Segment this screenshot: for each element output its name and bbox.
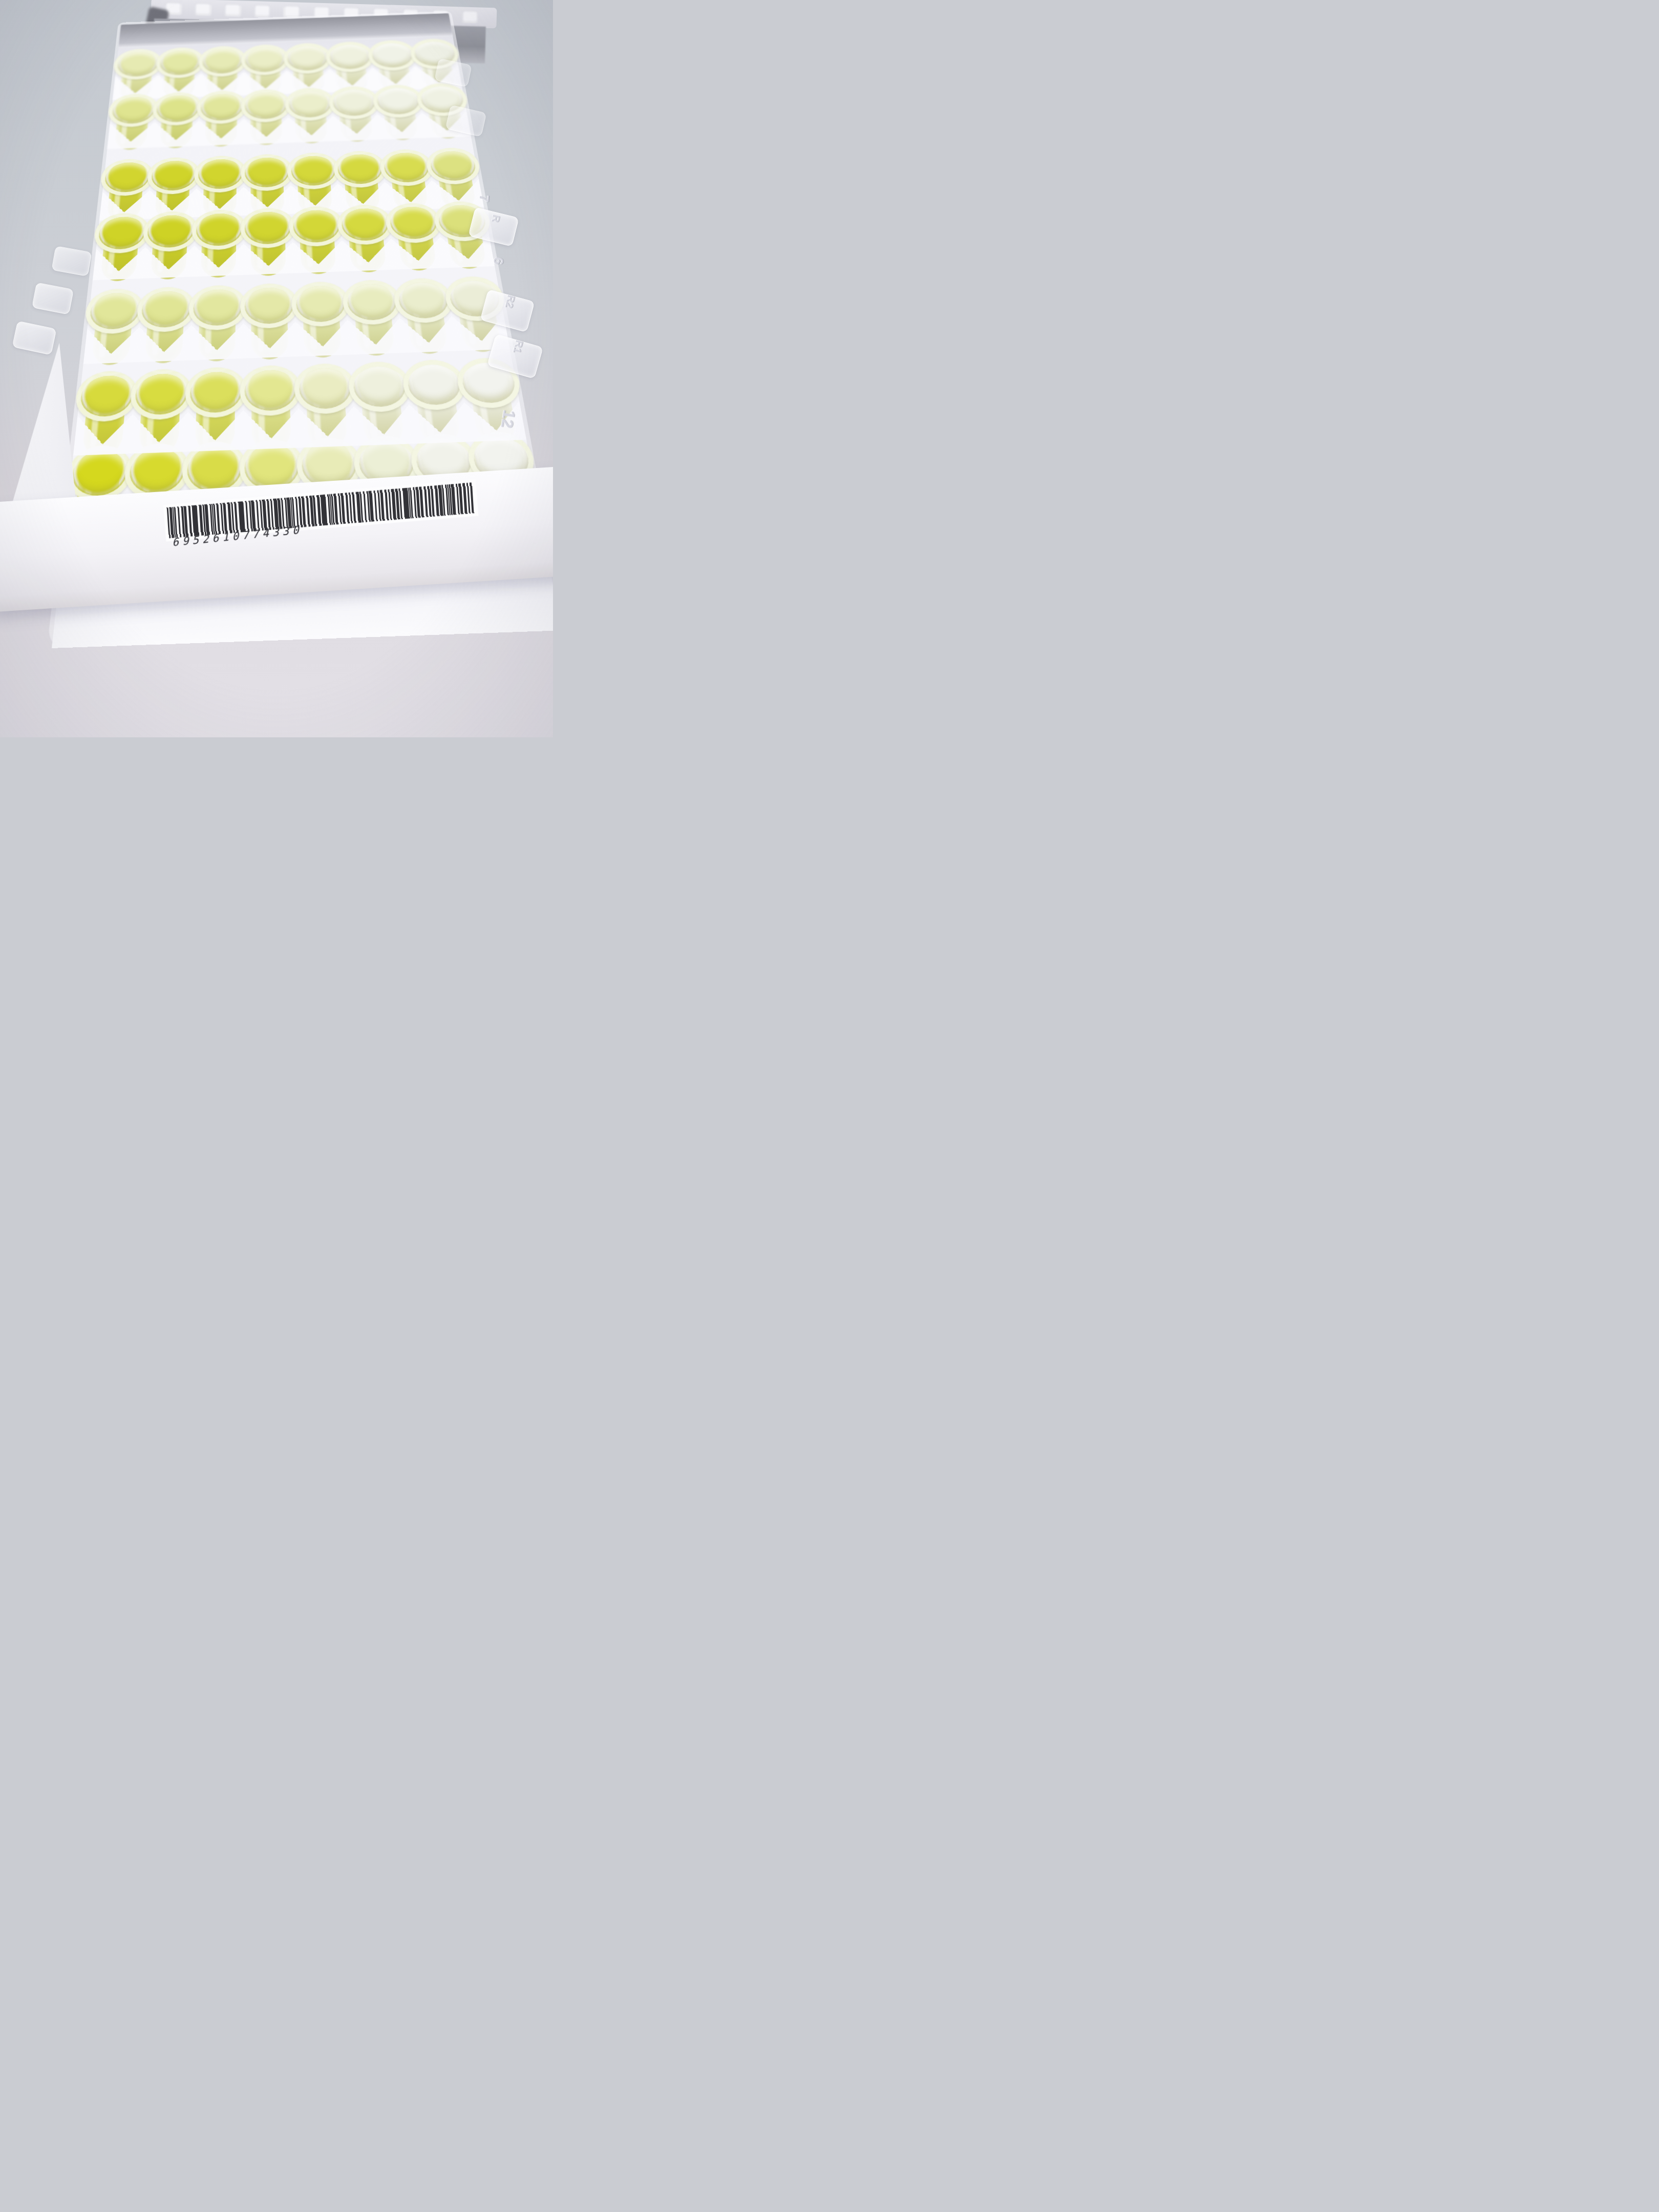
well-s5-w4 bbox=[243, 280, 296, 348]
rail-number-12: 12 bbox=[497, 409, 519, 430]
well-s5-w7 bbox=[395, 275, 455, 342]
well-s2-w4 bbox=[244, 87, 289, 137]
well-s6-w4-rim bbox=[240, 365, 302, 417]
well-s3-w8-rim bbox=[424, 147, 483, 185]
well-s4-w6-rim bbox=[336, 204, 395, 245]
well-s2-w3 bbox=[199, 89, 244, 138]
well-s3-w3 bbox=[196, 153, 243, 208]
well-s1-w7 bbox=[369, 38, 417, 84]
well-s6-w3 bbox=[187, 364, 243, 439]
well-s6-w5 bbox=[297, 360, 356, 436]
well-s1-w5-rim bbox=[283, 42, 332, 74]
well-s1-w6 bbox=[327, 39, 374, 86]
well-s3-w1-rim bbox=[99, 158, 155, 197]
well-s5-w3-rim bbox=[188, 284, 247, 331]
well-s4-w2 bbox=[143, 208, 196, 269]
well-s6-w4 bbox=[243, 362, 300, 438]
well-s5-w3 bbox=[190, 282, 244, 350]
well-s5-w2 bbox=[137, 284, 193, 351]
well-s2-w6 bbox=[331, 84, 379, 134]
well-s3-w4-rim bbox=[241, 154, 294, 192]
well-s5-w1-rim bbox=[83, 288, 145, 334]
well-s2-w3-rim bbox=[196, 90, 246, 124]
well-s5-w2-rim bbox=[136, 286, 196, 333]
well-s2-w1 bbox=[108, 92, 157, 142]
well-s4-w1 bbox=[94, 210, 148, 271]
well-s4-w4-rim bbox=[240, 207, 295, 249]
well-s5-w5-rim bbox=[291, 281, 351, 327]
well-s3-w1 bbox=[100, 156, 152, 212]
well-s1-w3-rim bbox=[198, 45, 246, 77]
well-s1-w2-rim bbox=[155, 47, 205, 79]
well-s6-w1 bbox=[74, 368, 136, 444]
well-s1-w4 bbox=[244, 42, 287, 89]
well-s4-w2-rim bbox=[142, 210, 199, 252]
well-s4-w5 bbox=[291, 204, 343, 264]
well-s2-w2-rim bbox=[152, 92, 203, 126]
well-s6-w5-rim bbox=[293, 363, 357, 415]
well-s4-w4 bbox=[243, 205, 293, 266]
well-s2-w2 bbox=[153, 90, 200, 140]
well-s3-w6-rim bbox=[332, 150, 388, 188]
photo-scene: 6952610774330 7 6 12 R R2 R1 bbox=[0, 0, 553, 737]
well-s3-w6 bbox=[335, 148, 387, 204]
well-s3-w5-rim bbox=[287, 152, 341, 190]
well-s1-w1 bbox=[114, 47, 160, 93]
well-s6-w2 bbox=[131, 366, 189, 442]
strip-5 bbox=[84, 273, 508, 353]
well-s1-w2 bbox=[157, 45, 202, 91]
well-s3-w4 bbox=[244, 152, 291, 207]
well-s3-w3-rim bbox=[194, 155, 247, 194]
well-s1-w1-rim bbox=[112, 48, 163, 80]
well-s2-w7 bbox=[374, 82, 424, 132]
well-s4-w6 bbox=[339, 202, 393, 262]
well-s6-w1-rim bbox=[73, 370, 139, 422]
well-s1-w3 bbox=[200, 44, 244, 90]
rail-number-7: 7 bbox=[476, 194, 492, 203]
well-s1-w5 bbox=[286, 41, 331, 87]
well-s6-w7 bbox=[404, 356, 468, 432]
well-s1-w4-rim bbox=[241, 44, 289, 76]
well-s4-w3 bbox=[194, 207, 244, 267]
well-s6-w2-rim bbox=[129, 368, 193, 420]
well-s5-w4-rim bbox=[240, 283, 299, 329]
well-s3-w2 bbox=[148, 155, 198, 210]
well-s3-w5 bbox=[289, 150, 339, 205]
well-s4-w5-rim bbox=[288, 206, 345, 247]
well-s2-w4-rim bbox=[241, 89, 291, 123]
well-s5-w5 bbox=[294, 279, 349, 346]
well-s5-w6 bbox=[345, 277, 402, 345]
well-s3-w7 bbox=[381, 147, 435, 202]
well-s6-w6 bbox=[350, 358, 412, 434]
well-s4-w7 bbox=[387, 200, 443, 260]
strip-6 bbox=[74, 354, 524, 443]
well-s3-w8 bbox=[427, 145, 482, 200]
well-s3-w2-rim bbox=[146, 157, 201, 195]
well-s6-w3-rim bbox=[184, 366, 247, 418]
well-s1-w6-rim bbox=[325, 41, 375, 73]
well-s2-w6-rim bbox=[328, 86, 381, 120]
well-s4-w3-rim bbox=[191, 209, 246, 250]
well-s5-w1 bbox=[84, 286, 142, 353]
barcode bbox=[166, 482, 475, 538]
well-s2-w1-rim bbox=[107, 93, 160, 128]
well-s2-w5-rim bbox=[285, 87, 336, 121]
well-s4-w1-rim bbox=[93, 212, 151, 254]
well-s2-w5 bbox=[287, 86, 334, 135]
